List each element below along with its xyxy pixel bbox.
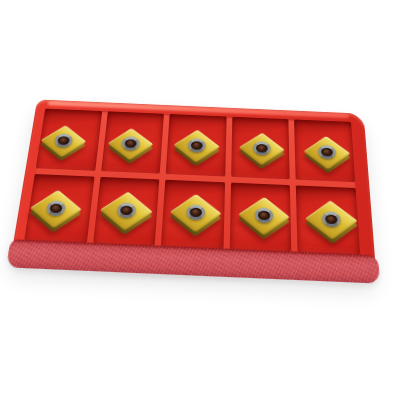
compartment xyxy=(296,185,360,254)
compartment xyxy=(36,109,102,171)
compartment xyxy=(24,174,94,243)
box-interior xyxy=(24,109,360,255)
compartment xyxy=(294,119,355,182)
compartment xyxy=(166,114,227,176)
compartment xyxy=(231,117,290,180)
compartment xyxy=(230,183,292,252)
product-photo xyxy=(0,0,400,400)
insert-center-hole xyxy=(253,141,271,156)
compartment xyxy=(101,111,164,173)
compartment xyxy=(93,177,160,246)
insert-box xyxy=(9,99,376,281)
insert-center-hole xyxy=(254,207,272,223)
compartment xyxy=(161,180,225,249)
